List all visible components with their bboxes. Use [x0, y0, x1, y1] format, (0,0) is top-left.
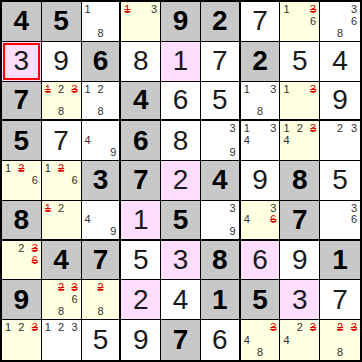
given-digit: 6	[133, 127, 149, 155]
cell-r9c4[interactable]: 9	[121, 320, 161, 360]
cell-r8c7[interactable]: 5	[241, 280, 281, 320]
cell-r4c9[interactable]: 23	[320, 121, 360, 161]
candidate-grid: 2368	[42, 280, 81, 319]
candidate: 8	[97, 106, 103, 117]
candidate: 9	[110, 147, 116, 158]
candidate: 1	[283, 123, 289, 134]
cell-r2c6[interactable]: 7	[201, 42, 241, 82]
candidate-eliminated: 3	[71, 282, 77, 293]
cell-r2c5[interactable]: 1	[161, 42, 201, 82]
cell-r5c1[interactable]: 126	[2, 161, 42, 201]
cell-r2c2[interactable]: 9	[42, 42, 82, 82]
candidate-eliminated: 3	[270, 322, 276, 333]
candidate-eliminated: 3	[351, 322, 357, 333]
cell-r1c1[interactable]: 4	[2, 2, 42, 42]
given-digit: 6	[93, 47, 109, 75]
cell-r9c9[interactable]: 238	[320, 320, 360, 360]
candidate-eliminated: 3	[310, 322, 316, 333]
candidate-eliminated: 3	[32, 243, 38, 254]
candidate-grid: 126	[42, 161, 81, 200]
candidate: 6	[32, 175, 38, 186]
cell-r3c2[interactable]: 1238	[42, 82, 82, 122]
candidate-eliminated: 2	[58, 282, 64, 293]
cell-r3c4[interactable]: 4	[121, 82, 161, 122]
cell-r4c3[interactable]: 49	[82, 121, 122, 161]
candidate: 2	[18, 322, 24, 333]
cell-r4c5[interactable]: 8	[161, 121, 201, 161]
candidate: 3	[270, 203, 276, 214]
cell-r6c7[interactable]: 346	[241, 201, 281, 241]
candidate: 6	[310, 16, 316, 27]
candidate-grid: 236	[2, 241, 41, 280]
cell-r7c9[interactable]: 1	[320, 241, 360, 281]
cell-r7c7[interactable]: 6	[241, 241, 281, 281]
candidate-grid: 368	[320, 2, 360, 41]
candidate-grid: 136	[280, 2, 319, 41]
candidate: 1	[5, 163, 11, 174]
candidate-grid: 28	[82, 280, 120, 319]
candidate: 4	[283, 335, 289, 346]
candidate: 3	[230, 123, 236, 134]
solved-digit: 9	[252, 166, 268, 194]
candidate: 4	[283, 135, 289, 146]
candidate-grid: 18	[82, 2, 120, 41]
candidate: 8	[337, 347, 343, 358]
cell-r4c7[interactable]: 134	[241, 121, 281, 161]
cell-r7c2[interactable]: 4	[42, 241, 82, 281]
cell-r8c2[interactable]: 2368	[42, 280, 82, 320]
solved-digit: 3	[292, 286, 308, 314]
candidate: 1	[244, 123, 250, 134]
solved-digit: 9	[332, 86, 348, 114]
solved-digit: 8	[133, 47, 149, 75]
candidate: 2	[18, 243, 24, 254]
given-digit: 4	[133, 86, 149, 114]
cell-r2c9[interactable]: 4	[320, 42, 360, 82]
candidate: 3	[270, 84, 276, 95]
cell-r3c1[interactable]: 7	[2, 82, 42, 122]
cell-r9c1[interactable]: 123	[2, 320, 42, 360]
candidate: 6	[71, 294, 77, 305]
candidate: 3	[151, 4, 157, 15]
cell-r5c6[interactable]: 4	[201, 161, 241, 201]
candidate: 6	[351, 16, 357, 27]
candidate: 8	[58, 106, 64, 117]
candidate: 4	[85, 135, 91, 146]
solved-digit: 7	[212, 47, 228, 75]
solved-digit: 7	[53, 127, 69, 155]
cell-r7c5[interactable]: 3	[161, 241, 201, 281]
candidate: 8	[337, 28, 343, 39]
candidate-grid: 1234	[280, 121, 319, 160]
given-digit: 8	[14, 206, 30, 234]
candidate-grid: 123	[42, 320, 81, 360]
candidate-grid: 49	[82, 121, 120, 160]
given-digit: 8	[292, 166, 308, 194]
solved-digit: 5	[292, 47, 308, 75]
candidate: 1	[85, 4, 91, 15]
cell-r3c9[interactable]: 9	[320, 82, 360, 122]
candidate: 9	[230, 226, 236, 237]
cell-r8c3[interactable]: 28	[82, 280, 122, 320]
candidate-eliminated: 3	[310, 4, 316, 15]
candidate: 1	[283, 84, 289, 95]
candidate-grid: 39	[201, 121, 239, 160]
candidate: 2	[97, 84, 103, 95]
candidate-eliminated: 3	[32, 322, 38, 333]
cell-r6c2[interactable]: 12	[42, 201, 82, 241]
cell-r1c9[interactable]: 368	[320, 2, 360, 42]
solved-digit: 4	[332, 47, 348, 75]
candidate: 9	[230, 147, 236, 158]
given-digit: 4	[212, 166, 228, 194]
cell-r8c1[interactable]: 9	[2, 280, 42, 320]
candidate: 2	[58, 322, 64, 333]
candidate: 3	[351, 203, 357, 214]
cell-r6c8[interactable]: 7	[280, 201, 320, 241]
solved-digit: 9	[292, 246, 308, 274]
candidate-grid: 39	[201, 201, 239, 239]
cell-r5c7[interactable]: 9	[241, 161, 281, 201]
given-digit: 2	[212, 7, 228, 35]
cell-r7c4[interactable]: 5	[121, 241, 161, 281]
cell-r5c2[interactable]: 126	[42, 161, 82, 201]
cell-r5c8[interactable]: 8	[280, 161, 320, 201]
cell-r5c3[interactable]: 3	[82, 161, 122, 201]
given-digit: 4	[14, 7, 30, 35]
solved-digit: 6	[252, 246, 268, 274]
cell-r3c7[interactable]: 138	[241, 82, 281, 122]
cell-r7c6[interactable]: 8	[201, 241, 241, 281]
candidate-grid: 138	[241, 82, 280, 120]
cell-r6c4[interactable]: 1	[121, 201, 161, 241]
candidate-grid: 234	[280, 320, 319, 360]
cell-r3c6[interactable]: 5	[201, 82, 241, 122]
cell-r5c9[interactable]: 5	[320, 161, 360, 201]
cell-r5c4[interactable]: 7	[121, 161, 161, 201]
given-digit: 1	[332, 246, 348, 274]
given-digit: 7	[292, 206, 308, 234]
candidate-eliminated: 6	[270, 214, 276, 225]
given-digit: 1	[212, 286, 228, 314]
candidate-grid: 23	[320, 121, 360, 160]
given-digit: 8	[212, 246, 228, 274]
cell-r1c3[interactable]: 18	[82, 2, 122, 42]
candidate-grid: 128	[82, 82, 120, 120]
candidate: 1	[85, 84, 91, 95]
given-digit: 5	[173, 206, 189, 234]
given-digit: 5	[14, 127, 30, 155]
candidate: 8	[257, 106, 263, 117]
cell-r9c2[interactable]: 123	[42, 320, 82, 360]
candidate-grid: 1238	[42, 82, 81, 120]
cell-r9c8[interactable]: 234	[280, 320, 320, 360]
candidate: 3	[351, 123, 357, 134]
candidate: 2	[337, 123, 343, 134]
candidate: 8	[97, 28, 103, 39]
candidate-grid: 36	[320, 201, 360, 239]
candidate-eliminated: 2	[58, 163, 64, 174]
candidate-grid: 12	[42, 201, 81, 239]
candidate-grid: 348	[241, 320, 280, 360]
candidate: 4	[244, 214, 250, 225]
cell-r9c3[interactable]: 5	[82, 320, 122, 360]
candidate-eliminated: 3	[310, 123, 316, 134]
candidate: 2	[297, 322, 303, 333]
given-digit: 9	[173, 7, 189, 35]
given-digit: 4	[53, 246, 69, 274]
candidate-grid: 238	[320, 320, 360, 360]
candidate: 3	[71, 322, 77, 333]
candidate: 8	[97, 306, 103, 317]
solved-digit: 2	[173, 166, 189, 194]
cell-r3c8[interactable]: 13	[280, 82, 320, 122]
cell-r1c7[interactable]: 7	[241, 2, 281, 42]
candidate: 1	[283, 4, 289, 15]
cell-r4c1[interactable]: 5	[2, 121, 42, 161]
candidate: 1	[45, 163, 51, 174]
candidate-eliminated: 1	[45, 203, 51, 214]
candidate: 1	[5, 322, 11, 333]
candidate: 4	[244, 135, 250, 146]
solved-digit: 3	[173, 246, 189, 274]
candidate: 1	[244, 84, 250, 95]
cell-r7c1[interactable]: 236	[2, 241, 42, 281]
solved-digit: 2	[133, 286, 149, 314]
candidate: 9	[110, 226, 116, 237]
candidate-eliminated: 1	[124, 4, 130, 15]
cell-r1c4[interactable]: 13	[121, 2, 161, 42]
candidate-grid: 346	[241, 201, 280, 239]
cell-r2c8[interactable]: 5	[280, 42, 320, 82]
given-digit: 2	[252, 47, 268, 75]
given-digit: 5	[252, 286, 268, 314]
solved-digit: 7	[332, 286, 348, 314]
cell-r5c5[interactable]: 2	[161, 161, 201, 201]
cell-r4c4[interactable]: 6	[121, 121, 161, 161]
cell-r7c8[interactable]: 9	[280, 241, 320, 281]
candidate: 3	[230, 203, 236, 214]
candidate: 2	[58, 203, 64, 214]
candidate: 2	[297, 123, 303, 134]
cell-r1c2[interactable]: 5	[42, 2, 82, 42]
candidate: 4	[244, 335, 250, 346]
given-digit: 7	[173, 326, 189, 354]
cell-r6c3[interactable]: 49	[82, 201, 122, 241]
solved-digit: 7	[252, 7, 268, 35]
cell-r8c6[interactable]: 1	[201, 280, 241, 320]
given-digit: 5	[53, 7, 69, 35]
candidate-grid: 134	[241, 121, 280, 160]
candidate: 4	[85, 214, 91, 225]
solved-digit: 9	[133, 326, 149, 354]
candidate: 6	[71, 175, 77, 186]
candidate: 3	[270, 123, 276, 134]
candidate: 8	[58, 306, 64, 317]
cell-r6c6[interactable]: 39	[201, 201, 241, 241]
solved-digit: 1	[173, 47, 189, 75]
cell-r8c8[interactable]: 3	[280, 280, 320, 320]
cell-r4c6[interactable]: 39	[201, 121, 241, 161]
given-digit: 7	[93, 246, 109, 274]
candidate-eliminated: 3	[310, 84, 316, 95]
cell-r4c8[interactable]: 1234	[280, 121, 320, 161]
solved-digit: 6	[173, 86, 189, 114]
given-digit: 9	[14, 286, 30, 314]
cell-r6c5[interactable]: 5	[161, 201, 201, 241]
solved-digit: 3	[14, 47, 30, 75]
cell-r2c4[interactable]: 8	[121, 42, 161, 82]
cell-r8c9[interactable]: 7	[320, 280, 360, 320]
solved-digit: 5	[133, 246, 149, 274]
candidate-eliminated: 2	[97, 282, 103, 293]
solved-digit: 6	[212, 326, 228, 354]
cell-r1c8[interactable]: 136	[280, 2, 320, 42]
candidate: 8	[257, 347, 263, 358]
cell-r1c6[interactable]: 2	[201, 2, 241, 42]
candidate: 3	[351, 4, 357, 15]
solved-digit: 4	[173, 286, 189, 314]
cell-r1c5[interactable]: 9	[161, 2, 201, 42]
solved-digit: 5	[212, 86, 228, 114]
cell-r3c5[interactable]: 6	[161, 82, 201, 122]
solved-digit: 9	[53, 47, 69, 75]
candidate-grid: 123	[2, 320, 41, 360]
given-digit: 3	[93, 166, 109, 194]
cell-r8c5[interactable]: 4	[161, 280, 201, 320]
cell-r4c2[interactable]: 7	[42, 121, 82, 161]
cell-r2c1[interactable]: 3	[2, 42, 42, 82]
cell-r3c3[interactable]: 128	[82, 82, 122, 122]
candidate: 6	[351, 214, 357, 225]
candidate-grid: 13	[121, 2, 160, 41]
cell-r6c1[interactable]: 8	[2, 201, 42, 241]
cell-r6c9[interactable]: 36	[320, 201, 360, 241]
candidate-eliminated: 2	[337, 322, 343, 333]
cell-r7c3[interactable]: 7	[82, 241, 122, 281]
candidate-grid: 126	[2, 161, 41, 200]
candidate-eliminated: 2	[18, 163, 24, 174]
solved-digit: 1	[133, 206, 149, 234]
cell-r9c5[interactable]: 7	[161, 320, 201, 360]
cell-r9c7[interactable]: 348	[241, 320, 281, 360]
candidate-eliminated: 3	[71, 84, 77, 95]
given-digit: 7	[14, 86, 30, 114]
candidate-grid: 49	[82, 201, 120, 239]
candidate: 1	[45, 322, 51, 333]
given-digit: 7	[133, 166, 149, 194]
cell-r2c7[interactable]: 2	[241, 42, 281, 82]
solved-digit: 5	[93, 326, 109, 354]
cell-r9c6[interactable]: 6	[201, 320, 241, 360]
candidate: 2	[58, 84, 64, 95]
cell-r8c4[interactable]: 2	[121, 280, 161, 320]
sudoku-board: 4518139271363683968172547123812846513813…	[0, 0, 362, 362]
solved-digit: 5	[332, 166, 348, 194]
candidate-eliminated: 6	[32, 255, 38, 266]
cell-r2c3[interactable]: 6	[82, 42, 122, 82]
candidate-grid: 13	[280, 82, 319, 120]
candidate-eliminated: 1	[45, 84, 51, 95]
solved-digit: 8	[173, 127, 189, 155]
